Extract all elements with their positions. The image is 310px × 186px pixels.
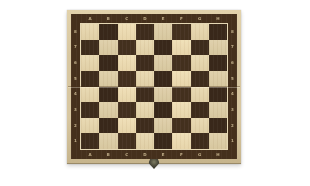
square-f4: [172, 87, 190, 103]
clasp-icon: [149, 159, 160, 169]
chess-board: ABCDEFGH ABCDEFGH 87654321 87654321: [67, 10, 241, 164]
square-e2: [154, 118, 172, 134]
square-h4: [209, 87, 227, 103]
square-g5: [191, 71, 209, 87]
file-label: F: [172, 153, 190, 157]
square-b1: [99, 133, 117, 149]
rank-label: 2: [230, 118, 235, 134]
square-b5: [99, 71, 117, 87]
board-squares: [80, 23, 228, 150]
rank-labels-left: 87654321: [73, 24, 78, 149]
square-a4: [81, 87, 99, 103]
square-d2: [136, 118, 154, 134]
square-g3: [191, 102, 209, 118]
square-h6: [209, 55, 227, 71]
square-d8: [136, 24, 154, 40]
file-label: D: [136, 153, 154, 157]
square-a6: [81, 55, 99, 71]
file-label: G: [191, 17, 209, 21]
rank-label: 1: [230, 133, 235, 149]
square-g8: [191, 24, 209, 40]
square-h5: [209, 71, 227, 87]
square-e7: [154, 40, 172, 56]
rank-label: 6: [73, 55, 78, 71]
square-e3: [154, 102, 172, 118]
square-f7: [172, 40, 190, 56]
rank-label: 1: [73, 133, 78, 149]
square-h3: [209, 102, 227, 118]
rank-label: 7: [73, 40, 78, 56]
rank-labels-right: 87654321: [230, 24, 235, 149]
square-g4: [191, 87, 209, 103]
square-b2: [99, 118, 117, 134]
file-label: A: [81, 153, 99, 157]
file-label: F: [172, 17, 190, 21]
square-a3: [81, 102, 99, 118]
square-e8: [154, 24, 172, 40]
square-h1: [209, 133, 227, 149]
square-a8: [81, 24, 99, 40]
file-labels-top: ABCDEFGH: [81, 17, 227, 21]
square-b4: [99, 87, 117, 103]
rank-label: 4: [230, 87, 235, 103]
square-f8: [172, 24, 190, 40]
square-b3: [99, 102, 117, 118]
rank-label: 7: [230, 40, 235, 56]
square-h2: [209, 118, 227, 134]
file-label: E: [154, 153, 172, 157]
square-c3: [118, 102, 136, 118]
photo-background: ABCDEFGH ABCDEFGH 87654321 87654321: [0, 0, 310, 186]
square-c7: [118, 40, 136, 56]
square-c6: [118, 55, 136, 71]
square-f1: [172, 133, 190, 149]
board-border: ABCDEFGH ABCDEFGH 87654321 87654321: [71, 14, 237, 159]
square-a5: [81, 71, 99, 87]
square-d6: [136, 55, 154, 71]
square-h8: [209, 24, 227, 40]
file-label: A: [81, 17, 99, 21]
square-f6: [172, 55, 190, 71]
file-label: C: [118, 153, 136, 157]
square-f3: [172, 102, 190, 118]
file-label: B: [99, 17, 117, 21]
square-f5: [172, 71, 190, 87]
square-c5: [118, 71, 136, 87]
square-g6: [191, 55, 209, 71]
square-c8: [118, 24, 136, 40]
square-c4: [118, 87, 136, 103]
square-a1: [81, 133, 99, 149]
square-d4: [136, 87, 154, 103]
rank-label: 8: [230, 24, 235, 40]
square-a2: [81, 118, 99, 134]
file-labels-bottom: ABCDEFGH: [81, 153, 227, 157]
square-e4: [154, 87, 172, 103]
square-f2: [172, 118, 190, 134]
rank-label: 6: [230, 55, 235, 71]
square-d1: [136, 133, 154, 149]
rank-label: 3: [230, 102, 235, 118]
rank-label: 4: [73, 87, 78, 103]
rank-label: 8: [73, 24, 78, 40]
square-a7: [81, 40, 99, 56]
rank-label: 5: [230, 71, 235, 87]
square-c2: [118, 118, 136, 134]
file-label: G: [191, 153, 209, 157]
file-label: H: [209, 17, 227, 21]
square-b7: [99, 40, 117, 56]
square-d7: [136, 40, 154, 56]
square-e5: [154, 71, 172, 87]
square-g7: [191, 40, 209, 56]
square-e1: [154, 133, 172, 149]
rank-label: 3: [73, 102, 78, 118]
file-label: C: [118, 17, 136, 21]
square-b6: [99, 55, 117, 71]
rank-label: 2: [73, 118, 78, 134]
square-h7: [209, 40, 227, 56]
square-g2: [191, 118, 209, 134]
square-d5: [136, 71, 154, 87]
square-e6: [154, 55, 172, 71]
rank-label: 5: [73, 71, 78, 87]
square-b8: [99, 24, 117, 40]
square-g1: [191, 133, 209, 149]
file-label: E: [154, 17, 172, 21]
file-label: D: [136, 17, 154, 21]
square-c1: [118, 133, 136, 149]
square-d3: [136, 102, 154, 118]
file-label: H: [209, 153, 227, 157]
file-label: B: [99, 153, 117, 157]
